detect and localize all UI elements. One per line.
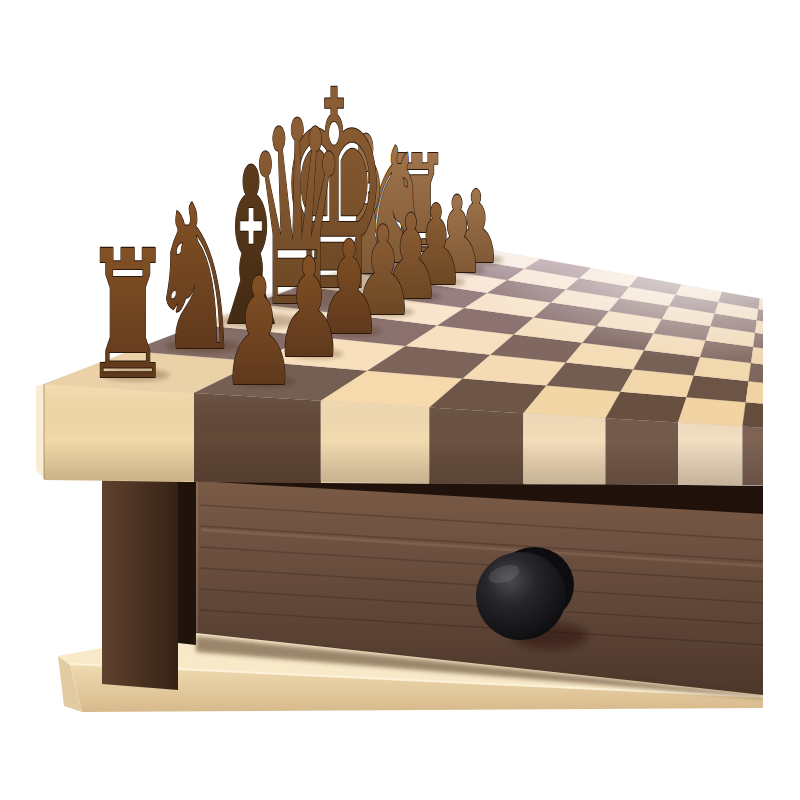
post-drawer-gap-shadow: [178, 481, 196, 645]
product-photo-chess-set: ♜︎♞︎♟︎♟︎♝︎♟︎♚︎♟︎♛︎♟︎♝︎♟︎♞︎♟︎♜︎♟︎: [0, 0, 800, 800]
square-b1[interactable]: [746, 381, 799, 406]
square-h1[interactable]: [758, 299, 795, 316]
square-a1[interactable]: [742, 402, 800, 430]
piece-black-pawn-a7[interactable]: ♟︎: [220, 246, 297, 420]
square-a2[interactable]: [678, 397, 746, 426]
cabinet-corner-post: [102, 478, 178, 690]
piece-black-rook-a8[interactable]: ♜︎: [84, 212, 171, 419]
scene-svg: ♜︎♞︎♟︎♟︎♝︎♟︎♚︎♟︎♛︎♟︎♝︎♟︎♞︎♟︎♜︎♟︎: [0, 0, 800, 800]
photo-area: ♜︎♞︎♟︎♟︎♝︎♟︎♚︎♟︎♛︎♟︎♝︎♟︎♞︎♟︎♜︎♟︎: [36, 33, 800, 712]
corner-side-sliver: [36, 384, 44, 478]
